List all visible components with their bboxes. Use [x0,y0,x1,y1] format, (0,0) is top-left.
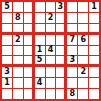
cell-r1c5[interactable] [46,2,56,12]
cell-r6c9[interactable] [89,56,99,66]
cell-r8c2[interactable] [13,78,23,88]
cell-r9c7[interactable]: 8 [67,89,77,99]
cell-r8c6[interactable] [56,78,66,88]
cell-r5c5[interactable]: 4 [46,46,56,56]
cell-r4c2[interactable]: 2 [13,35,23,45]
cell-r3c1[interactable] [2,24,12,34]
cell-r2c7[interactable] [67,13,77,23]
cell-r8c8[interactable] [78,78,88,88]
cell-r7c9[interactable] [89,67,99,77]
cell-r5c4[interactable]: 1 [35,46,45,56]
cell-r4c4[interactable] [35,35,45,45]
cell-r1c2[interactable] [13,2,23,12]
cell-r7c3[interactable] [24,67,34,77]
cell-r7c7[interactable] [67,67,77,77]
cell-r8c9[interactable] [89,78,99,88]
cell-r2c6[interactable] [56,13,66,23]
given-digit: 5 [4,3,10,11]
given-digit: 8 [15,14,21,22]
cell-r6c1[interactable] [2,56,12,66]
cell-r3c6[interactable] [56,24,66,34]
given-digit: 8 [69,90,75,98]
cell-r4c3[interactable] [24,35,34,45]
cell-r3c5[interactable] [46,24,56,34]
given-digit: 2 [48,14,54,22]
cell-r1c9[interactable]: 1 [89,2,99,12]
cell-r5c1[interactable] [2,46,12,56]
given-digit: 3 [69,56,75,64]
given-digit: 4 [48,46,54,54]
cell-r9c9[interactable] [89,89,99,99]
cell-r9c1[interactable] [2,89,12,99]
cell-r5c7[interactable] [67,46,77,56]
cell-r1c8[interactable] [78,2,88,12]
cell-r8c3[interactable] [24,78,34,88]
cell-r2c8[interactable] [78,13,88,23]
cell-r1c1[interactable]: 5 [2,2,12,12]
cell-r4c1[interactable] [2,35,12,45]
cell-r2c2[interactable]: 8 [13,13,23,23]
given-digit: 7 [69,36,75,44]
cell-r9c2[interactable] [13,89,23,99]
cell-r4c6[interactable] [56,35,66,45]
given-digit: 3 [4,68,10,76]
cell-r1c3[interactable] [24,2,34,12]
cell-r9c8[interactable] [78,89,88,99]
cell-r5c3[interactable] [24,46,34,56]
given-digit: 1 [37,46,43,54]
cell-r7c1[interactable]: 3 [2,67,12,77]
cell-r6c5[interactable] [46,56,56,66]
cell-r7c5[interactable] [46,67,56,77]
cell-r3c9[interactable] [89,24,99,34]
cell-r6c2[interactable] [13,56,23,66]
given-digit: 3 [58,3,64,11]
given-digit: 5 [37,56,43,64]
cell-r4c5[interactable] [46,35,56,45]
cell-r8c1[interactable]: 1 [2,78,12,88]
cell-r2c9[interactable] [89,13,99,23]
given-digit: 4 [37,79,43,87]
cell-r3c8[interactable] [78,24,88,34]
cell-r7c6[interactable] [56,67,66,77]
given-digit: 2 [15,36,21,44]
cell-r5c6[interactable] [56,46,66,56]
cell-r3c3[interactable] [24,24,34,34]
cell-r2c5[interactable]: 2 [46,13,56,23]
cell-r4c9[interactable] [89,35,99,45]
cell-r3c4[interactable] [35,24,45,34]
cell-r5c9[interactable] [89,46,99,56]
cell-r8c7[interactable] [67,78,77,88]
sudoku-board: 53182276145332148 [0,0,101,101]
given-digit: 1 [4,79,10,87]
cell-r9c4[interactable] [35,89,45,99]
cell-r6c8[interactable] [78,56,88,66]
cell-r8c5[interactable] [46,78,56,88]
cell-r6c7[interactable]: 3 [67,56,77,66]
cell-r1c6[interactable]: 3 [56,2,66,12]
cell-r4c7[interactable]: 7 [67,35,77,45]
cell-r3c2[interactable] [13,24,23,34]
cell-r7c8[interactable]: 2 [78,67,88,77]
cell-r1c7[interactable] [67,2,77,12]
cell-r9c6[interactable] [56,89,66,99]
cell-r9c5[interactable] [46,89,56,99]
cell-r8c4[interactable]: 4 [35,78,45,88]
given-digit: 1 [91,3,97,11]
cell-r1c4[interactable] [35,2,45,12]
cell-r5c8[interactable] [78,46,88,56]
given-digit: 6 [80,36,86,44]
cell-r6c6[interactable] [56,56,66,66]
given-digit: 2 [80,68,86,76]
cell-r2c4[interactable] [35,13,45,23]
cell-r2c1[interactable] [2,13,12,23]
cell-r9c3[interactable] [24,89,34,99]
cell-r7c4[interactable] [35,67,45,77]
cell-r6c3[interactable] [24,56,34,66]
cell-r5c2[interactable] [13,46,23,56]
cell-r6c4[interactable]: 5 [35,56,45,66]
cell-r4c8[interactable]: 6 [78,35,88,45]
cell-r2c3[interactable] [24,13,34,23]
cell-r7c2[interactable] [13,67,23,77]
cell-r3c7[interactable] [67,24,77,34]
